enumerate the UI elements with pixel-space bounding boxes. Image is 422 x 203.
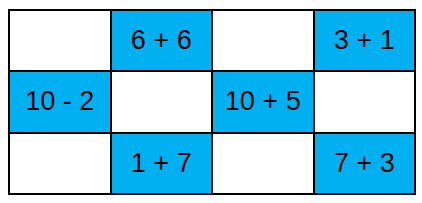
cell-r1-c1[interactable] (10, 11, 110, 70)
cell-r2-c2[interactable] (112, 72, 212, 131)
cell-r3-c4[interactable]: 7 + 3 (315, 134, 415, 193)
cell-r1-c3[interactable] (213, 11, 313, 70)
cell-r1-c4[interactable]: 3 + 1 (315, 11, 415, 70)
cell-r2-c3[interactable]: 10 + 5 (213, 72, 313, 131)
cell-r3-c1[interactable] (10, 134, 110, 193)
cell-r2-c4[interactable] (315, 72, 415, 131)
cell-r3-c2[interactable]: 1 + 7 (112, 134, 212, 193)
cell-r3-c3[interactable] (213, 134, 313, 193)
cell-r1-c2[interactable]: 6 + 6 (112, 11, 212, 70)
worksheet-grid: 6 + 6 3 + 1 10 - 2 10 + 5 1 + 7 7 + 3 (8, 9, 416, 195)
cell-r2-c1[interactable]: 10 - 2 (10, 72, 110, 131)
